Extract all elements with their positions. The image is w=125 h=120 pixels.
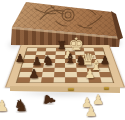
loose-piece-white-P-0[interactable]: ♟ [0, 99, 9, 114]
square-c1[interactable] [41, 77, 53, 82]
piece-contact-shadow [15, 111, 28, 114]
square-f1[interactable] [77, 77, 89, 82]
loose-piece-black-N-1[interactable]: ♞ [14, 98, 28, 114]
chess-board [16, 47, 115, 83]
piece-contact-shadow [82, 107, 92, 110]
piece-contact-shadow [0, 111, 8, 114]
piece-contact-shadow [93, 104, 103, 107]
brass-latch-right [104, 87, 109, 90]
chess-board-frame [5, 45, 125, 87]
chess-set-photo: ♜♚♟♟♝♟♟♞♞♛♝♟♟♟♟♟♟♞♟ [0, 0, 125, 120]
piece-contact-shadow [44, 103, 55, 106]
square-d1[interactable] [53, 77, 65, 82]
square-e1[interactable] [65, 77, 77, 82]
square-h1[interactable] [100, 77, 113, 82]
loose-piece-white-P-5[interactable]: ♟ [85, 104, 98, 118]
loose-piece-white-P-3[interactable]: ♟ [81, 96, 93, 109]
piece-contact-shadow [85, 116, 96, 119]
square-b1[interactable] [29, 77, 42, 82]
brass-latch-center [68, 88, 74, 91]
